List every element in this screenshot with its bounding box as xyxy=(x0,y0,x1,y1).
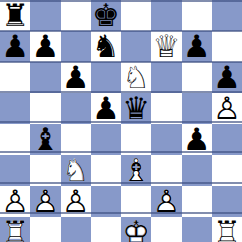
white-rook[interactable]: ♜♖ xyxy=(0,217,30,242)
black-pawn[interactable]: ♟ xyxy=(91,93,121,124)
black-knight[interactable]: ♞ xyxy=(91,31,121,62)
square-h8[interactable] xyxy=(212,0,242,31)
white-pawn[interactable]: ♟♙ xyxy=(30,186,60,217)
square-b1[interactable] xyxy=(30,217,60,242)
square-b7[interactable]: ♟ xyxy=(30,31,60,62)
square-e1[interactable]: ♚♔ xyxy=(121,217,151,242)
knight-glyph-outline: ♘ xyxy=(122,62,150,93)
square-e3[interactable]: ♝♗ xyxy=(121,155,151,186)
black-king[interactable]: ♚ xyxy=(91,0,121,31)
square-f5[interactable] xyxy=(151,93,181,124)
square-b2[interactable]: ♟♙ xyxy=(30,186,60,217)
pawn-glyph-outline: ♙ xyxy=(31,186,59,217)
white-pawn[interactable]: ♟♙ xyxy=(212,93,242,124)
square-e6[interactable]: ♞♘ xyxy=(121,62,151,93)
square-a3[interactable] xyxy=(0,155,30,186)
square-c7[interactable] xyxy=(61,31,91,62)
square-f3[interactable] xyxy=(151,155,181,186)
black-pawn[interactable]: ♟ xyxy=(182,31,212,62)
square-e4[interactable] xyxy=(121,124,151,155)
square-f8[interactable] xyxy=(151,0,181,31)
square-a2[interactable]: ♟♙ xyxy=(0,186,30,217)
square-e2[interactable] xyxy=(121,186,151,217)
white-bishop[interactable]: ♝♗ xyxy=(121,155,151,186)
rook-glyph-fill: ♜ xyxy=(1,0,29,31)
bishop-glyph-outline: ♗ xyxy=(122,155,150,186)
square-b6[interactable] xyxy=(30,62,60,93)
pawn-glyph-fill: ♟ xyxy=(31,31,59,62)
white-pawn[interactable]: ♟♙ xyxy=(0,186,30,217)
square-d4[interactable] xyxy=(91,124,121,155)
pawn-glyph-outline: ♙ xyxy=(213,93,241,124)
pawn-glyph-outline: ♙ xyxy=(62,186,90,217)
square-a5[interactable] xyxy=(0,93,30,124)
square-g7[interactable]: ♟ xyxy=(182,31,212,62)
rook-glyph-outline: ♖ xyxy=(213,217,241,242)
black-pawn[interactable]: ♟ xyxy=(0,31,30,62)
pawn-glyph-outline: ♙ xyxy=(1,186,29,217)
square-d5[interactable]: ♟ xyxy=(91,93,121,124)
square-h5[interactable]: ♟♙ xyxy=(212,93,242,124)
square-g8[interactable] xyxy=(182,0,212,31)
square-g5[interactable] xyxy=(182,93,212,124)
pawn-glyph-fill: ♟ xyxy=(1,31,29,62)
square-a6[interactable] xyxy=(0,62,30,93)
square-c8[interactable] xyxy=(61,0,91,31)
square-g1[interactable] xyxy=(182,217,212,242)
black-rook[interactable]: ♜ xyxy=(0,0,30,31)
pawn-glyph-fill: ♟ xyxy=(92,93,120,124)
square-c6[interactable]: ♟ xyxy=(61,62,91,93)
black-queen[interactable]: ♛ xyxy=(121,93,151,124)
black-bishop[interactable]: ♝ xyxy=(30,124,60,155)
square-h3[interactable] xyxy=(212,155,242,186)
square-h4[interactable] xyxy=(212,124,242,155)
square-a1[interactable]: ♜♖ xyxy=(0,217,30,242)
square-b3[interactable] xyxy=(30,155,60,186)
square-h7[interactable] xyxy=(212,31,242,62)
square-c3[interactable]: ♞♘ xyxy=(61,155,91,186)
square-h1[interactable]: ♜♖ xyxy=(212,217,242,242)
square-d1[interactable] xyxy=(91,217,121,242)
knight-glyph-outline: ♘ xyxy=(62,155,90,186)
square-g2[interactable] xyxy=(182,186,212,217)
white-pawn[interactable]: ♟♙ xyxy=(61,186,91,217)
square-a8[interactable]: ♜ xyxy=(0,0,30,31)
white-knight[interactable]: ♞♘ xyxy=(61,155,91,186)
square-b5[interactable] xyxy=(30,93,60,124)
square-f6[interactable] xyxy=(151,62,181,93)
square-g3[interactable] xyxy=(182,155,212,186)
pawn-glyph-fill: ♟ xyxy=(183,124,211,155)
white-pawn[interactable]: ♟♙ xyxy=(151,186,181,217)
square-f4[interactable] xyxy=(151,124,181,155)
bishop-glyph-fill: ♝ xyxy=(31,124,59,155)
king-glyph-fill: ♚ xyxy=(92,0,120,31)
square-c2[interactable]: ♟♙ xyxy=(61,186,91,217)
king-glyph-outline: ♔ xyxy=(122,217,150,242)
square-d7[interactable]: ♞ xyxy=(91,31,121,62)
square-b8[interactable] xyxy=(30,0,60,31)
square-a7[interactable]: ♟ xyxy=(0,31,30,62)
black-pawn[interactable]: ♟ xyxy=(212,62,242,93)
square-a4[interactable] xyxy=(0,124,30,155)
square-e5[interactable]: ♛ xyxy=(121,93,151,124)
square-c4[interactable] xyxy=(61,124,91,155)
square-f1[interactable] xyxy=(151,217,181,242)
square-h2[interactable] xyxy=(212,186,242,217)
white-knight[interactable]: ♞♘ xyxy=(121,62,151,93)
black-pawn[interactable]: ♟ xyxy=(182,124,212,155)
square-e8[interactable] xyxy=(121,0,151,31)
white-queen[interactable]: ♛♕ xyxy=(151,31,181,62)
square-d6[interactable] xyxy=(91,62,121,93)
queen-glyph-outline: ♕ xyxy=(152,31,180,62)
square-c5[interactable] xyxy=(61,93,91,124)
square-g4[interactable]: ♟ xyxy=(182,124,212,155)
square-c1[interactable] xyxy=(61,217,91,242)
pawn-glyph-outline: ♙ xyxy=(152,186,180,217)
knight-glyph-fill: ♞ xyxy=(92,31,120,62)
black-pawn[interactable]: ♟ xyxy=(61,62,91,93)
square-f2[interactable]: ♟♙ xyxy=(151,186,181,217)
square-g6[interactable] xyxy=(182,62,212,93)
square-f7[interactable]: ♛♕ xyxy=(151,31,181,62)
pawn-glyph-fill: ♟ xyxy=(62,62,90,93)
queen-glyph-fill: ♛ xyxy=(122,93,150,124)
black-pawn[interactable]: ♟ xyxy=(30,31,60,62)
square-b4[interactable]: ♝ xyxy=(30,124,60,155)
pawn-glyph-fill: ♟ xyxy=(183,31,211,62)
pawn-glyph-fill: ♟ xyxy=(213,62,241,93)
square-d8[interactable]: ♚ xyxy=(91,0,121,31)
rook-glyph-outline: ♖ xyxy=(1,217,29,242)
square-d3[interactable] xyxy=(91,155,121,186)
square-d2[interactable] xyxy=(91,186,121,217)
square-h6[interactable]: ♟ xyxy=(212,62,242,93)
square-e7[interactable] xyxy=(121,31,151,62)
chess-board: ♜♚♟♟♞♛♕♟♟♞♘♟♟♛♟♙♝♟♞♘♝♗♟♙♟♙♟♙♟♙♜♖♚♔♜♖ xyxy=(0,0,242,242)
white-rook[interactable]: ♜♖ xyxy=(212,217,242,242)
white-king[interactable]: ♚♔ xyxy=(121,217,151,242)
